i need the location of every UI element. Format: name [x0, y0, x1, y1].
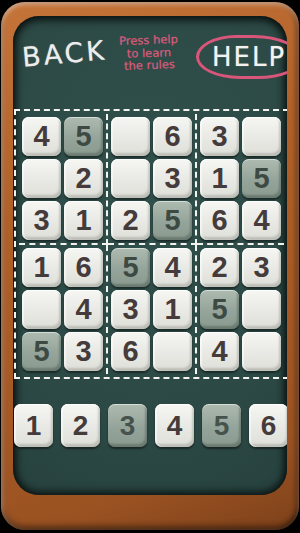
- cell-r4c3[interactable]: 5: [111, 248, 150, 287]
- cell-r2c5[interactable]: 1: [200, 159, 239, 198]
- cell-r4c2[interactable]: 6: [64, 248, 103, 287]
- sudoku-grid: 45231 6325 31564 16453 54316 2354: [14, 109, 287, 379]
- sudoku-box-3: 31564: [197, 114, 284, 245]
- tray-tile-6[interactable]: 6: [249, 404, 287, 447]
- help-button-label: HELP: [212, 42, 286, 72]
- cell-r4c5[interactable]: 2: [200, 248, 239, 287]
- cell-r1c1[interactable]: 4: [22, 117, 61, 156]
- cell-r3c1[interactable]: 3: [22, 201, 61, 240]
- cell-r1c2[interactable]: 5: [64, 117, 103, 156]
- cell-r3c6[interactable]: 4: [242, 201, 281, 240]
- tray-tile-1[interactable]: 1: [14, 404, 53, 447]
- cell-r1c3[interactable]: [111, 117, 150, 156]
- cell-r5c4[interactable]: 1: [153, 290, 192, 329]
- cell-r5c5[interactable]: 5: [200, 290, 239, 329]
- help-note-line-3: the rules: [101, 57, 197, 73]
- cell-r5c6[interactable]: [242, 290, 281, 329]
- back-button[interactable]: BACK: [21, 34, 108, 72]
- help-button[interactable]: HELP: [196, 35, 287, 79]
- cell-r6c1[interactable]: 5: [22, 332, 61, 371]
- sudoku-box-5: 54316: [108, 245, 197, 374]
- help-note: Press help to learn the rules: [100, 32, 197, 73]
- sudoku-box-1: 45231: [19, 114, 108, 245]
- cell-r4c6[interactable]: 3: [242, 248, 281, 287]
- cell-r1c4[interactable]: 6: [153, 117, 192, 156]
- cell-r5c1[interactable]: [22, 290, 61, 329]
- cell-r6c3[interactable]: 6: [111, 332, 150, 371]
- cell-r2c1[interactable]: [22, 159, 61, 198]
- cell-r1c5[interactable]: 3: [200, 117, 239, 156]
- tray-tile-4[interactable]: 4: [155, 404, 194, 447]
- tray-tile-3[interactable]: 3: [108, 404, 147, 447]
- cell-r2c6[interactable]: 5: [242, 159, 281, 198]
- cell-r3c2[interactable]: 1: [64, 201, 103, 240]
- cell-r6c5[interactable]: 4: [200, 332, 239, 371]
- cell-r6c6[interactable]: [242, 332, 281, 371]
- cell-r2c4[interactable]: 3: [153, 159, 192, 198]
- sudoku-box-6: 2354: [197, 245, 284, 374]
- cell-r4c1[interactable]: 1: [22, 248, 61, 287]
- cell-r3c4[interactable]: 5: [153, 201, 192, 240]
- sudoku-box-4: 16453: [19, 245, 108, 374]
- tray-tile-2[interactable]: 2: [61, 404, 100, 447]
- cell-r1c6[interactable]: [242, 117, 281, 156]
- cell-r4c4[interactable]: 4: [153, 248, 192, 287]
- tray-tile-5[interactable]: 5: [202, 404, 241, 447]
- app-screen: BACK Press help to learn the rules HELP …: [0, 0, 300, 533]
- cell-r5c3[interactable]: 3: [111, 290, 150, 329]
- chalkboard-surface: BACK Press help to learn the rules HELP …: [13, 16, 287, 495]
- cell-r3c5[interactable]: 6: [200, 201, 239, 240]
- number-tray: 123456: [14, 404, 287, 447]
- cell-r6c4[interactable]: [153, 332, 192, 371]
- sudoku-box-2: 6325: [108, 114, 197, 245]
- cell-r5c2[interactable]: 4: [64, 290, 103, 329]
- cell-r2c2[interactable]: 2: [64, 159, 103, 198]
- cell-r3c3[interactable]: 2: [111, 201, 150, 240]
- cell-r6c2[interactable]: 3: [64, 332, 103, 371]
- cell-r2c3[interactable]: [111, 159, 150, 198]
